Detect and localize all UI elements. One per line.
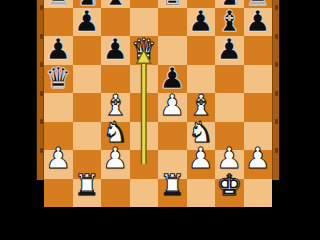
square-h1[interactable] xyxy=(244,179,273,181)
frame-tick xyxy=(275,91,278,96)
frame-tick xyxy=(40,91,43,96)
piece-black-pawn-b7[interactable]: ♟ xyxy=(73,7,102,36)
square-b4[interactable] xyxy=(73,93,102,122)
piece-black-queen-a5[interactable]: ♛ xyxy=(44,64,73,93)
square-c1[interactable] xyxy=(101,179,130,181)
square-h4[interactable] xyxy=(244,93,273,122)
square-h2[interactable]: ♟ xyxy=(244,150,273,179)
square-b5[interactable] xyxy=(73,65,102,94)
piece-white-pawn-f2[interactable]: ♟ xyxy=(187,144,216,173)
frame-tick xyxy=(275,148,278,153)
square-e1[interactable]: ♜ xyxy=(158,179,187,181)
square-b6[interactable] xyxy=(73,36,102,65)
square-f1[interactable] xyxy=(187,179,216,181)
square-e3[interactable] xyxy=(158,122,187,151)
square-c2[interactable]: ♟ xyxy=(101,150,130,179)
piece-black-pawn-h7[interactable]: ♟ xyxy=(244,7,273,36)
square-g6[interactable]: ♟ xyxy=(215,36,244,65)
square-b1[interactable]: ♜ xyxy=(73,179,102,181)
square-d1[interactable] xyxy=(130,179,159,181)
square-g1[interactable]: ♚ xyxy=(215,179,244,181)
piece-white-pawn-e4[interactable]: ♟ xyxy=(158,91,187,120)
frame-tick xyxy=(275,34,278,39)
square-e7[interactable] xyxy=(158,8,187,37)
square-e4[interactable]: ♟ xyxy=(158,93,187,122)
frame-tick xyxy=(275,62,278,67)
square-c8[interactable]: ♝ xyxy=(101,0,130,8)
piece-white-pawn-h2[interactable]: ♟ xyxy=(244,144,273,173)
square-d6[interactable]: ♛ xyxy=(130,36,159,65)
piece-black-pawn-c6[interactable]: ♟ xyxy=(101,35,130,64)
square-g4[interactable] xyxy=(215,93,244,122)
square-f7[interactable]: ♟ xyxy=(187,8,216,37)
square-d4[interactable] xyxy=(130,93,159,122)
square-c6[interactable]: ♟ xyxy=(101,36,130,65)
piece-black-pawn-a6[interactable]: ♟ xyxy=(44,35,73,64)
square-a5[interactable]: ♛ xyxy=(44,65,73,94)
piece-white-queen-d6[interactable]: ♛ xyxy=(130,35,159,64)
square-a8[interactable]: ♜ xyxy=(44,0,73,8)
frame-tick xyxy=(40,148,43,153)
piece-white-pawn-a2[interactable]: ♟ xyxy=(44,144,73,173)
square-h6[interactable] xyxy=(244,36,273,65)
square-b7[interactable]: ♟ xyxy=(73,8,102,37)
square-a4[interactable] xyxy=(44,93,73,122)
square-a2[interactable]: ♟ xyxy=(44,150,73,179)
game-background: ♜♞♝♚♞♜♟♟♝♟♟♟♛♟♛♟♝♟♝♞♞♟♟♟♟♟♜♜♚ xyxy=(0,0,320,180)
piece-white-king-g1[interactable]: ♚ xyxy=(215,171,244,181)
square-h7[interactable]: ♟ xyxy=(244,8,273,37)
square-b3[interactable] xyxy=(73,122,102,151)
square-d3[interactable] xyxy=(130,122,159,151)
chess-board[interactable]: ♜♞♝♚♞♜♟♟♝♟♟♟♛♟♛♟♝♟♝♞♞♟♟♟♟♟♜♜♚ xyxy=(44,0,272,180)
square-g5[interactable] xyxy=(215,65,244,94)
piece-black-pawn-f7[interactable]: ♟ xyxy=(187,7,216,36)
square-a1[interactable] xyxy=(44,179,73,181)
frame-tick xyxy=(40,62,43,67)
frame-tick xyxy=(275,119,278,124)
square-e8[interactable]: ♚ xyxy=(158,0,187,8)
square-d8[interactable] xyxy=(130,0,159,8)
square-f6[interactable] xyxy=(187,36,216,65)
square-h5[interactable] xyxy=(244,65,273,94)
piece-black-bishop-g7[interactable]: ♝ xyxy=(215,7,244,36)
square-d2[interactable] xyxy=(130,150,159,179)
frame-tick xyxy=(40,34,43,39)
piece-white-rook-e1[interactable]: ♜ xyxy=(158,171,187,181)
frame-tick xyxy=(40,5,43,10)
piece-white-pawn-c2[interactable]: ♟ xyxy=(101,144,130,173)
square-f2[interactable]: ♟ xyxy=(187,150,216,179)
piece-white-rook-b1[interactable]: ♜ xyxy=(73,171,102,181)
frame-tick xyxy=(40,119,43,124)
piece-black-pawn-g6[interactable]: ♟ xyxy=(215,35,244,64)
frame-tick xyxy=(275,5,278,10)
square-d5[interactable] xyxy=(130,65,159,94)
